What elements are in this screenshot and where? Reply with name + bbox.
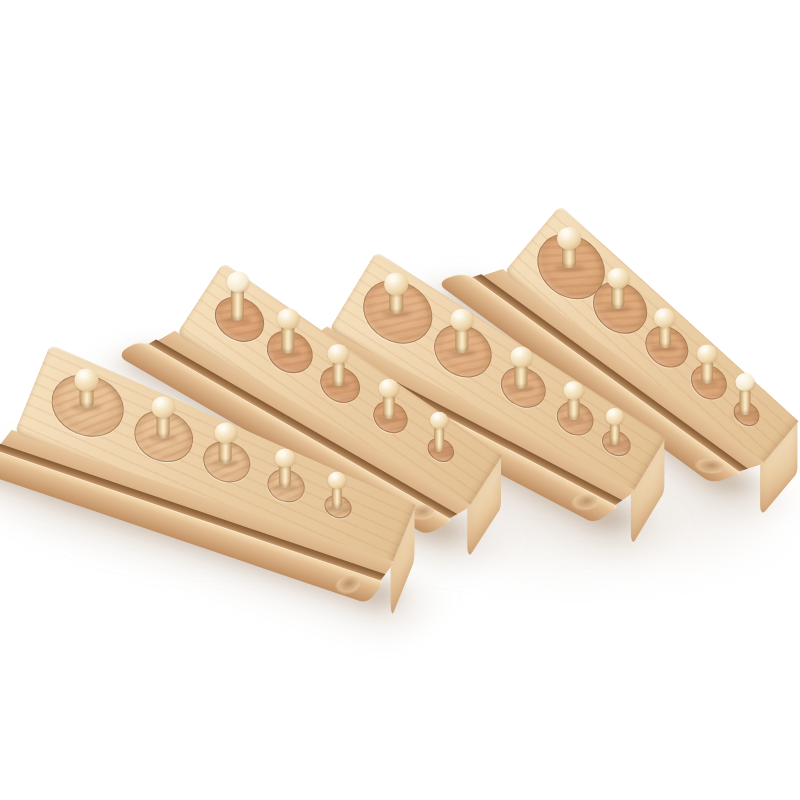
knob-neck: [279, 466, 290, 488]
cylinder-knob-1: [220, 272, 255, 322]
cylinder-knob-4: [691, 344, 723, 384]
cylinder-knob-3: [208, 423, 243, 465]
knob-ball: [275, 449, 295, 468]
knob-ball: [430, 411, 448, 428]
knob-ball: [215, 423, 237, 444]
cylinder-knob-2: [271, 308, 306, 354]
knob-neck: [219, 441, 231, 464]
cylinder-knob-4: [558, 381, 590, 421]
cylinder-knob-3: [504, 347, 539, 390]
knob-ball: [75, 368, 99, 391]
knob-neck: [701, 361, 712, 383]
knob-neck: [333, 362, 345, 387]
knob-ball: [697, 344, 717, 363]
knob-ball: [735, 373, 754, 391]
knob-ball: [450, 309, 473, 331]
knob-ball: [607, 268, 629, 289]
knob-ball: [277, 308, 299, 329]
knob-ball: [384, 272, 408, 295]
knob-ball: [227, 272, 249, 293]
knob-ball: [564, 381, 584, 400]
knob-neck: [612, 286, 624, 309]
knob-neck: [455, 327, 468, 353]
knob-ball: [151, 396, 174, 418]
cylinder-knob-4: [269, 449, 301, 489]
product-photo-stage: [0, 0, 800, 800]
cylinder-knob-5: [600, 408, 629, 446]
cylinder-knob-3: [648, 308, 682, 349]
knob-neck: [568, 398, 579, 420]
cylinder-knob-2: [443, 309, 480, 354]
cylinder-knob-3: [322, 344, 356, 387]
cylinder-knob-5: [425, 411, 454, 452]
cylinder-knob-1: [377, 272, 415, 314]
cylinder-knob-1: [67, 368, 105, 408]
knob-ball: [606, 408, 624, 425]
knob-ball: [328, 472, 346, 489]
knob-ball: [379, 379, 399, 398]
cylinder-knob-5: [322, 472, 351, 510]
knob-neck: [515, 365, 527, 389]
knob-neck: [383, 396, 394, 419]
cylinder-knob-5: [729, 373, 759, 416]
knob-neck: [282, 326, 294, 353]
knob-neck: [434, 427, 444, 451]
knob-ball: [654, 308, 675, 328]
knob-neck: [156, 415, 169, 439]
knob-neck: [739, 389, 750, 415]
knob-neck: [232, 290, 244, 321]
knob-neck: [332, 488, 342, 509]
cylinder-knob-1: [550, 227, 588, 269]
knob-ball: [557, 227, 581, 250]
cylinder-knob-2: [601, 268, 636, 310]
knob-ball: [510, 347, 532, 368]
cylinder-knob-4: [373, 379, 405, 420]
knob-neck: [610, 424, 620, 445]
knob-neck: [659, 326, 671, 349]
knob-ball: [328, 344, 349, 364]
cylinder-knob-2: [144, 396, 181, 439]
